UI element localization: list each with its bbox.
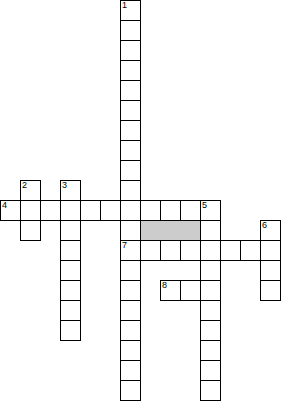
crossword-page: 12345678 [0,0,281,401]
clue-number-5: 5 [202,201,207,210]
clue-number-3: 3 [62,181,67,190]
cell-r14c13[interactable] [260,280,281,301]
cell-r12c7[interactable] [140,240,161,261]
cell-r13c13[interactable] [260,260,281,281]
cell-r13c10[interactable] [200,260,221,281]
cell-r10c8[interactable] [160,200,181,221]
cell-r10c6[interactable] [120,200,141,221]
cell-r15c10[interactable] [200,300,221,321]
cell-r10c0[interactable]: 4 [0,200,21,221]
cell-r14c10[interactable] [200,280,221,301]
cell-r16c6[interactable] [120,320,141,341]
cell-r6c6[interactable] [120,120,141,141]
cell-r12c11[interactable] [220,240,241,261]
cell-r11c6[interactable] [120,220,141,241]
cell-r3c6[interactable] [120,60,141,81]
cell-r2c6[interactable] [120,40,141,61]
gray-highlight-block [140,220,201,241]
cell-r11c1[interactable] [20,220,41,241]
clue-number-4: 4 [2,201,7,210]
cell-r9c1[interactable]: 2 [20,180,41,201]
cell-r11c3[interactable] [60,220,81,241]
cell-r1c6[interactable] [120,20,141,41]
cell-r14c9[interactable] [180,280,201,301]
cell-r9c3[interactable]: 3 [60,180,81,201]
clue-number-8: 8 [162,281,167,290]
cell-r10c5[interactable] [100,200,121,221]
cell-r17c10[interactable] [200,340,221,361]
cell-r14c6[interactable] [120,280,141,301]
cell-r12c3[interactable] [60,240,81,261]
cell-r12c8[interactable] [160,240,181,261]
cell-r11c10[interactable] [200,220,221,241]
clue-number-2: 2 [22,181,27,190]
clue-number-6: 6 [262,221,267,230]
cell-r12c13[interactable] [260,240,281,261]
cell-r10c10[interactable]: 5 [200,200,221,221]
cell-r12c12[interactable] [240,240,261,261]
cell-r8c6[interactable] [120,160,141,181]
cell-r18c6[interactable] [120,360,141,381]
cell-r13c6[interactable] [120,260,141,281]
cell-r10c3[interactable] [60,200,81,221]
cell-r14c8[interactable]: 8 [160,280,181,301]
cell-r10c1[interactable] [20,200,41,221]
cell-r12c9[interactable] [180,240,201,261]
cell-r12c6[interactable]: 7 [120,240,141,261]
clue-number-7: 7 [122,241,127,250]
cell-r12c10[interactable] [200,240,221,261]
cell-r5c6[interactable] [120,100,141,121]
cell-r4c6[interactable] [120,80,141,101]
cell-r17c6[interactable] [120,340,141,361]
cell-r18c10[interactable] [200,360,221,381]
cell-r16c3[interactable] [60,320,81,341]
clue-number-1: 1 [122,1,127,10]
cell-r10c9[interactable] [180,200,201,221]
cell-r14c3[interactable] [60,280,81,301]
cell-r10c2[interactable] [40,200,61,221]
cell-r15c3[interactable] [60,300,81,321]
cell-r7c6[interactable] [120,140,141,161]
cell-r10c7[interactable] [140,200,161,221]
cell-r13c3[interactable] [60,260,81,281]
cell-r15c6[interactable] [120,300,141,321]
cell-r9c6[interactable] [120,180,141,201]
cell-r19c6[interactable] [120,380,141,401]
cell-r16c10[interactable] [200,320,221,341]
cell-r10c4[interactable] [80,200,101,221]
cell-r19c10[interactable] [200,380,221,401]
cell-r0c6[interactable]: 1 [120,0,141,21]
crossword-board: 12345678 [0,0,281,401]
cell-r11c13[interactable]: 6 [260,220,281,241]
